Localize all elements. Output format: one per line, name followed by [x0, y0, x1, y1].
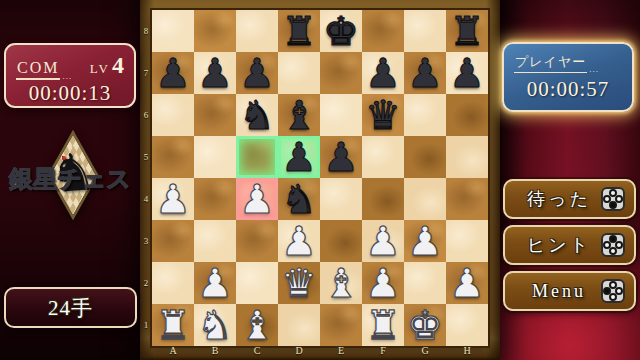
square-a3[interactable] [152, 220, 194, 262]
square-e5[interactable]: ♟ [320, 136, 362, 178]
square-f2[interactable]: ♟ [362, 262, 404, 304]
piece-black-pawn: ♟ [323, 136, 359, 178]
square-g8[interactable] [404, 10, 446, 52]
hint-button-label: ヒント [517, 233, 601, 257]
square-f7[interactable]: ♟ [362, 52, 404, 94]
piece-white-queen: ♛ [281, 262, 317, 304]
square-g5[interactable] [404, 136, 446, 178]
menu-button[interactable]: Menu [503, 271, 636, 311]
square-e7[interactable] [320, 52, 362, 94]
undo-button[interactable]: 待った [503, 179, 636, 219]
square-d4[interactable]: ♞ [278, 178, 320, 220]
square-e1[interactable] [320, 304, 362, 346]
square-c6[interactable]: ♞ [236, 94, 278, 136]
rank-label-1: 1 [140, 304, 152, 346]
piece-white-rook: ♜ [365, 304, 401, 346]
square-d5[interactable]: ♟ [278, 136, 320, 178]
piece-black-rook: ♜ [281, 10, 317, 52]
square-b2[interactable]: ♟ [194, 262, 236, 304]
com-level-label: LV [90, 61, 110, 77]
piece-white-pawn: ♟ [281, 220, 317, 262]
square-d3[interactable]: ♟ [278, 220, 320, 262]
com-timer: 00:00:13 [6, 81, 134, 106]
piece-white-pawn: ♟ [155, 178, 191, 220]
square-a8[interactable] [152, 10, 194, 52]
com-label: COM [16, 59, 60, 80]
file-label-d: D [278, 345, 320, 359]
square-a4[interactable]: ♟ [152, 178, 194, 220]
square-d1[interactable] [278, 304, 320, 346]
square-g1[interactable]: ♚ [404, 304, 446, 346]
piece-white-bishop: ♝ [323, 262, 359, 304]
square-a5[interactable] [152, 136, 194, 178]
square-f5[interactable] [362, 136, 404, 178]
player-clock-header: プレイヤー ... [504, 44, 632, 73]
square-b7[interactable]: ♟ [194, 52, 236, 94]
hint-button[interactable]: ヒント [503, 225, 636, 265]
pad-dot-s-filled [609, 201, 617, 209]
square-a2[interactable] [152, 262, 194, 304]
square-h6[interactable] [446, 94, 488, 136]
square-b6[interactable] [194, 94, 236, 136]
rank-label-4: 4 [140, 178, 152, 220]
piece-black-king: ♚ [323, 10, 359, 52]
piece-black-bishop: ♝ [281, 94, 317, 136]
pad-dot-s [609, 247, 617, 255]
piece-white-pawn: ♟ [365, 220, 401, 262]
square-b8[interactable] [194, 10, 236, 52]
com-dots: ... [62, 72, 72, 80]
square-h1[interactable] [446, 304, 488, 346]
game-screen: { "game": "chess", "app_title": "銀星チェス",… [0, 0, 640, 360]
gamepad-buttons-icon [601, 233, 625, 257]
piece-white-rook: ♜ [155, 304, 191, 346]
move-counter: 24手 [4, 287, 137, 328]
piece-black-pawn: ♟ [281, 136, 317, 178]
square-d6[interactable]: ♝ [278, 94, 320, 136]
piece-white-pawn: ♟ [365, 262, 401, 304]
player-dots: ... [589, 65, 599, 73]
square-e3[interactable] [320, 220, 362, 262]
square-c1[interactable]: ♝ [236, 304, 278, 346]
square-f4[interactable] [362, 178, 404, 220]
rank-label-8: 8 [140, 10, 152, 52]
gamepad-buttons-icon [601, 279, 625, 303]
square-h2[interactable]: ♟ [446, 262, 488, 304]
file-label-h: H [446, 345, 488, 359]
piece-black-knight: ♞ [281, 178, 317, 220]
piece-black-pawn: ♟ [239, 52, 275, 94]
gamepad-buttons-icon [601, 187, 625, 211]
square-a6[interactable] [152, 94, 194, 136]
square-b1[interactable]: ♞ [194, 304, 236, 346]
board: ♜♚♜♟♟♟♟♟♟♞♝♛♟♟♟♟♞♟♟♟♟♛♝♟♟♜♞♝♜♚ [152, 10, 488, 346]
square-d7[interactable] [278, 52, 320, 94]
piece-white-king: ♚ [407, 304, 443, 346]
board-frame: 87654321 ♜♚♜♟♟♟♟♟♟♞♝♛♟♟♟♟♞♟♟♟♟♛♝♟♟♜♞♝♜♚ … [140, 0, 500, 360]
piece-black-pawn: ♟ [197, 52, 233, 94]
piece-white-pawn: ♟ [449, 262, 485, 304]
square-e8[interactable]: ♚ [320, 10, 362, 52]
square-h3[interactable] [446, 220, 488, 262]
com-level-value: 4 [112, 52, 124, 79]
square-a1[interactable]: ♜ [152, 304, 194, 346]
square-c2[interactable] [236, 262, 278, 304]
menu-button-label: Menu [517, 281, 601, 302]
rank-label-3: 3 [140, 220, 152, 262]
square-c3[interactable] [236, 220, 278, 262]
square-c7[interactable]: ♟ [236, 52, 278, 94]
piece-white-bishop: ♝ [239, 304, 275, 346]
piece-white-knight: ♞ [197, 304, 233, 346]
square-e2[interactable]: ♝ [320, 262, 362, 304]
player-label: プレイヤー [514, 53, 587, 73]
square-g4[interactable] [404, 178, 446, 220]
square-d2[interactable]: ♛ [278, 262, 320, 304]
square-g3[interactable]: ♟ [404, 220, 446, 262]
square-b5[interactable] [194, 136, 236, 178]
piece-black-pawn: ♟ [407, 52, 443, 94]
piece-black-pawn: ♟ [365, 52, 401, 94]
square-f3[interactable]: ♟ [362, 220, 404, 262]
com-clock-panel: COM ... LV 4 00:00:13 [4, 43, 136, 108]
square-h7[interactable]: ♟ [446, 52, 488, 94]
piece-black-queen: ♛ [365, 94, 401, 136]
square-f6[interactable]: ♛ [362, 94, 404, 136]
piece-white-pawn: ♟ [239, 178, 275, 220]
piece-black-knight: ♞ [239, 94, 275, 136]
square-d8[interactable]: ♜ [278, 10, 320, 52]
app-title: 銀星チェス [0, 163, 140, 195]
square-b4[interactable] [194, 178, 236, 220]
square-h5[interactable] [446, 136, 488, 178]
file-label-e: E [320, 345, 362, 359]
player-timer: 00:00:57 [504, 77, 632, 102]
undo-button-label: 待った [517, 187, 601, 211]
app-logo: ♞ 銀星チェス [0, 130, 140, 230]
square-g2[interactable] [404, 262, 446, 304]
square-a7[interactable]: ♟ [152, 52, 194, 94]
square-e4[interactable] [320, 178, 362, 220]
piece-black-pawn: ♟ [155, 52, 191, 94]
rank-label-6: 6 [140, 94, 152, 136]
square-b3[interactable] [194, 220, 236, 262]
piece-black-pawn: ♟ [449, 52, 485, 94]
knight-eye-dot [62, 156, 66, 160]
rank-labels: 87654321 [140, 10, 152, 346]
square-c8[interactable] [236, 10, 278, 52]
square-h8[interactable]: ♜ [446, 10, 488, 52]
square-f8[interactable] [362, 10, 404, 52]
player-clock-panel: プレイヤー ... 00:00:57 [502, 42, 634, 112]
piece-black-rook: ♜ [449, 10, 485, 52]
piece-white-pawn: ♟ [197, 262, 233, 304]
square-h4[interactable] [446, 178, 488, 220]
square-g7[interactable]: ♟ [404, 52, 446, 94]
rank-label-2: 2 [140, 262, 152, 304]
piece-white-pawn: ♟ [407, 220, 443, 262]
square-e6[interactable] [320, 94, 362, 136]
square-c4[interactable]: ♟ [236, 178, 278, 220]
rank-label-7: 7 [140, 52, 152, 94]
square-g6[interactable] [404, 94, 446, 136]
pad-dot-s [609, 293, 617, 301]
move-counter-text: 24手 [48, 294, 93, 322]
square-f1[interactable]: ♜ [362, 304, 404, 346]
rank-label-5: 5 [140, 136, 152, 178]
com-clock-header: COM ... LV 4 [6, 45, 134, 80]
square-c5[interactable] [236, 136, 278, 178]
